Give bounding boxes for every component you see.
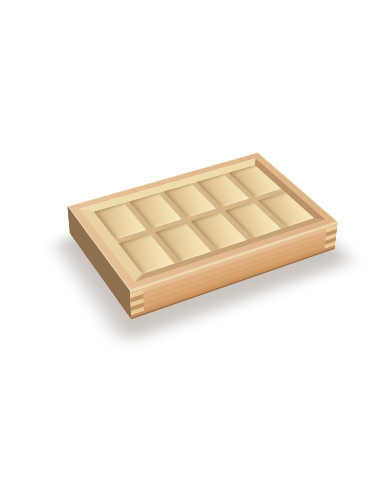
finger-joints-front-left	[130, 290, 144, 316]
product-photo-canvas	[0, 0, 381, 492]
wooden-tray-board	[68, 153, 338, 291]
board-scene	[0, 0, 381, 492]
